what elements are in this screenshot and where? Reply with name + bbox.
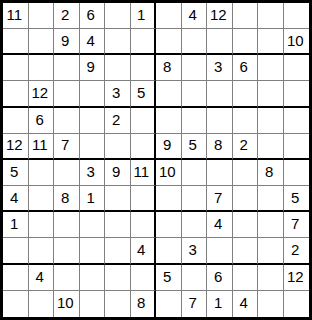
cell-r5c9-empty[interactable] <box>207 108 233 134</box>
cell-r5c10-empty[interactable] <box>233 108 259 134</box>
cell-r8c6-empty[interactable] <box>131 186 157 212</box>
cell-r3c1-empty[interactable] <box>3 55 29 81</box>
cell-r3c2-empty[interactable] <box>29 55 55 81</box>
cell-r12c9-given: 1 <box>207 291 233 317</box>
cell-r5c2-given: 6 <box>29 108 55 134</box>
cell-r2c12-given: 10 <box>284 29 310 55</box>
cell-r2c2-empty[interactable] <box>29 29 55 55</box>
cell-r4c5-given: 3 <box>105 81 131 107</box>
cell-r6c5-empty[interactable] <box>105 134 131 160</box>
cell-r7c9-empty[interactable] <box>207 160 233 186</box>
cell-r3c11-empty[interactable] <box>258 55 284 81</box>
cell-r5c4-empty[interactable] <box>80 108 106 134</box>
cell-r11c3-empty[interactable] <box>54 265 80 291</box>
cell-r9c12-given: 7 <box>284 212 310 238</box>
cell-r8c8-empty[interactable] <box>182 186 208 212</box>
cell-r3c4-given: 9 <box>80 55 106 81</box>
cell-r7c1-given: 5 <box>3 160 29 186</box>
cell-r2c1-empty[interactable] <box>3 29 29 55</box>
cell-r2c5-empty[interactable] <box>105 29 131 55</box>
cell-r12c10-given: 4 <box>233 291 259 317</box>
cell-r12c6-given: 8 <box>131 291 157 317</box>
cell-r1c6-given: 1 <box>131 3 157 29</box>
cell-r6c3-given: 7 <box>54 134 80 160</box>
cell-r7c3-empty[interactable] <box>54 160 80 186</box>
cell-r3c9-given: 3 <box>207 55 233 81</box>
cell-r9c5-empty[interactable] <box>105 212 131 238</box>
cell-r10c10-empty[interactable] <box>233 238 259 264</box>
cell-r1c3-given: 2 <box>54 3 80 29</box>
cell-r2c8-empty[interactable] <box>182 29 208 55</box>
cell-r8c1-given: 4 <box>3 186 29 212</box>
cell-r11c11-empty[interactable] <box>258 265 284 291</box>
cell-r6c4-empty[interactable] <box>80 134 106 160</box>
cell-r12c4-empty[interactable] <box>80 291 106 317</box>
cell-r4c2-given: 12 <box>29 81 55 107</box>
cell-r11c12-given: 12 <box>284 265 310 291</box>
cell-r9c3-empty[interactable] <box>54 212 80 238</box>
cell-r10c2-empty[interactable] <box>29 238 55 264</box>
cell-r12c8-given: 7 <box>182 291 208 317</box>
cell-r2c7-empty[interactable] <box>156 29 182 55</box>
cell-r1c7-empty[interactable] <box>156 3 182 29</box>
cell-r9c7-empty[interactable] <box>156 212 182 238</box>
cell-r4c1-empty[interactable] <box>3 81 29 107</box>
cell-r5c3-empty[interactable] <box>54 108 80 134</box>
cell-r9c11-empty[interactable] <box>258 212 284 238</box>
cell-r10c7-empty[interactable] <box>156 238 182 264</box>
cell-r9c6-empty[interactable] <box>131 212 157 238</box>
cell-r4c4-empty[interactable] <box>80 81 106 107</box>
cell-r5c11-empty[interactable] <box>258 108 284 134</box>
cell-r11c8-empty[interactable] <box>182 265 208 291</box>
cell-r2c6-empty[interactable] <box>131 29 157 55</box>
cell-r12c5-empty[interactable] <box>105 291 131 317</box>
cell-r6c2-given: 11 <box>29 134 55 160</box>
cell-r5c5-given: 2 <box>105 108 131 134</box>
cell-r6c11-empty[interactable] <box>258 134 284 160</box>
cell-r5c6-empty[interactable] <box>131 108 157 134</box>
cell-r1c4-given: 6 <box>80 3 106 29</box>
cell-r4c11-empty[interactable] <box>258 81 284 107</box>
cell-r8c3-given: 8 <box>54 186 80 212</box>
cell-r9c8-empty[interactable] <box>182 212 208 238</box>
cell-r3c7-given: 8 <box>156 55 182 81</box>
cell-r5c1-empty[interactable] <box>3 108 29 134</box>
cell-r11c2-given: 4 <box>29 265 55 291</box>
cell-r3c8-empty[interactable] <box>182 55 208 81</box>
cell-r12c7-empty[interactable] <box>156 291 182 317</box>
cell-r10c5-empty[interactable] <box>105 238 131 264</box>
cell-r4c12-empty[interactable] <box>284 81 310 107</box>
cell-r3c6-empty[interactable] <box>131 55 157 81</box>
cell-r5c7-empty[interactable] <box>156 108 182 134</box>
cell-r7c10-empty[interactable] <box>233 160 259 186</box>
cell-r1c9-given: 12 <box>207 3 233 29</box>
cell-r9c10-empty[interactable] <box>233 212 259 238</box>
cell-r3c12-empty[interactable] <box>284 55 310 81</box>
cell-r2c9-empty[interactable] <box>207 29 233 55</box>
cell-r8c9-given: 7 <box>207 186 233 212</box>
cell-r10c11-empty[interactable] <box>258 238 284 264</box>
cell-r8c2-empty[interactable] <box>29 186 55 212</box>
cell-r11c9-given: 6 <box>207 265 233 291</box>
cell-r6c10-given: 2 <box>233 134 259 160</box>
cell-r8c10-empty[interactable] <box>233 186 259 212</box>
cell-r9c2-empty[interactable] <box>29 212 55 238</box>
cell-r12c11-empty[interactable] <box>258 291 284 317</box>
cell-r1c8-given: 4 <box>182 3 208 29</box>
cell-r6c8-given: 5 <box>182 134 208 160</box>
cell-r1c10-empty[interactable] <box>233 3 259 29</box>
cell-r6c6-empty[interactable] <box>131 134 157 160</box>
cell-r3c3-empty[interactable] <box>54 55 80 81</box>
cell-r6c7-given: 9 <box>156 134 182 160</box>
cell-r10c4-empty[interactable] <box>80 238 106 264</box>
cell-r4c6-given: 5 <box>131 81 157 107</box>
cell-r4c9-empty[interactable] <box>207 81 233 107</box>
cell-r2c11-empty[interactable] <box>258 29 284 55</box>
cell-r11c5-empty[interactable] <box>105 265 131 291</box>
cell-r5c12-empty[interactable] <box>284 108 310 134</box>
cell-r2c10-empty[interactable] <box>233 29 259 55</box>
cell-r3c5-empty[interactable] <box>105 55 131 81</box>
cell-r10c12-given: 2 <box>284 238 310 264</box>
cell-r2c3-given: 9 <box>54 29 80 55</box>
cell-r9c1-given: 1 <box>3 212 29 238</box>
cell-r7c6-given: 11 <box>131 160 157 186</box>
cell-r10c9-empty[interactable] <box>207 238 233 264</box>
cell-r6c12-empty[interactable] <box>284 134 310 160</box>
cell-r1c1-given: 11 <box>3 3 29 29</box>
cell-r10c6-given: 4 <box>131 238 157 264</box>
cell-r2c4-given: 4 <box>80 29 106 55</box>
cell-r11c4-empty[interactable] <box>80 265 106 291</box>
cell-r12c1-empty[interactable] <box>3 291 29 317</box>
cell-r5c8-empty[interactable] <box>182 108 208 134</box>
cell-r1c11-empty[interactable] <box>258 3 284 29</box>
cell-r1c12-empty[interactable] <box>284 3 310 29</box>
cell-r6c9-given: 8 <box>207 134 233 160</box>
cell-r10c3-empty[interactable] <box>54 238 80 264</box>
cell-r7c7-given: 10 <box>156 160 182 186</box>
cell-r10c1-empty[interactable] <box>3 238 29 264</box>
cell-r12c2-empty[interactable] <box>29 291 55 317</box>
cell-r6c1-given: 12 <box>3 134 29 160</box>
cell-r7c11-given: 8 <box>258 160 284 186</box>
cell-r7c2-empty[interactable] <box>29 160 55 186</box>
cell-r11c6-empty[interactable] <box>131 265 157 291</box>
cell-r8c11-empty[interactable] <box>258 186 284 212</box>
cell-r4c7-empty[interactable] <box>156 81 182 107</box>
cell-r1c5-empty[interactable] <box>105 3 131 29</box>
cell-r1c2-empty[interactable] <box>29 3 55 29</box>
cell-r7c5-given: 9 <box>105 160 131 186</box>
cell-r9c4-empty[interactable] <box>80 212 106 238</box>
cell-r7c12-empty[interactable] <box>284 160 310 186</box>
cell-r11c1-empty[interactable] <box>3 265 29 291</box>
cell-r11c7-given: 5 <box>156 265 182 291</box>
cell-r9c9-given: 4 <box>207 212 233 238</box>
cell-r10c8-given: 3 <box>182 238 208 264</box>
cell-r8c4-given: 1 <box>80 186 106 212</box>
cell-r7c8-empty[interactable] <box>182 160 208 186</box>
cell-r12c12-empty[interactable] <box>284 291 310 317</box>
cell-r8c7-empty[interactable] <box>156 186 182 212</box>
cell-r4c10-empty[interactable] <box>233 81 259 107</box>
cell-r3c10-given: 6 <box>233 55 259 81</box>
cell-r8c5-empty[interactable] <box>105 186 131 212</box>
cell-r8c12-given: 5 <box>284 186 310 212</box>
cell-r4c8-empty[interactable] <box>182 81 208 107</box>
cell-r4c3-empty[interactable] <box>54 81 80 107</box>
cell-r7c4-given: 3 <box>80 160 106 186</box>
cell-r12c3-given: 10 <box>54 291 80 317</box>
sudoku-board: 1126141294109836123562121179582539111084… <box>0 0 312 320</box>
cell-r11c10-empty[interactable] <box>233 265 259 291</box>
